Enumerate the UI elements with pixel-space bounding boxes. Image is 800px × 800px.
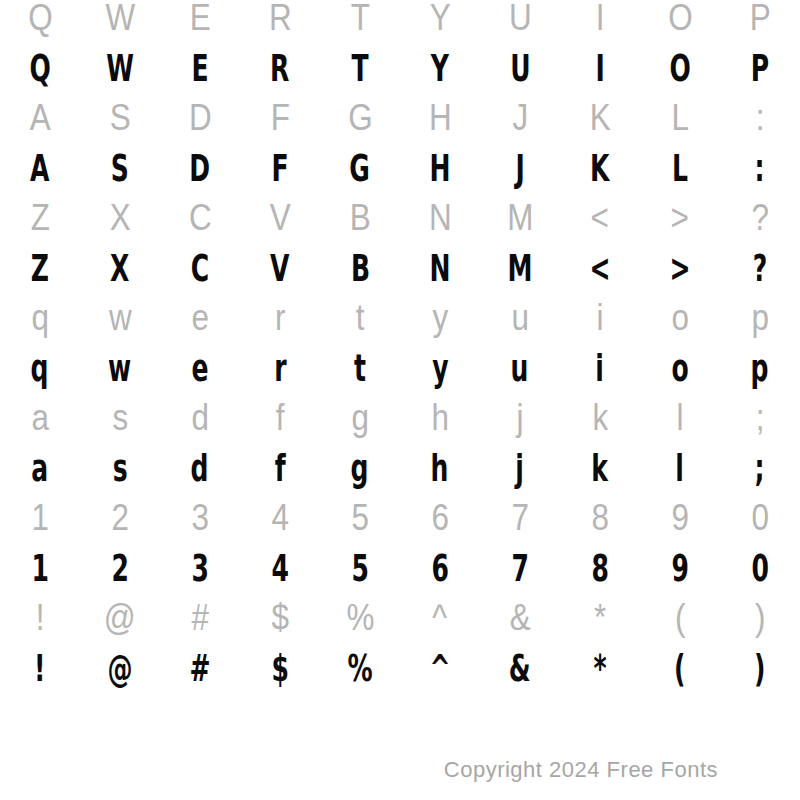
glyph: >: [669, 243, 690, 293]
glyph: O: [668, 0, 692, 43]
glyph: 5: [351, 493, 368, 543]
glyph-cell: &: [480, 593, 560, 650]
glyph: X: [110, 243, 129, 293]
glyph: k: [592, 393, 608, 443]
glyph: P: [751, 43, 769, 93]
char-row-5-light: ZXCVBNM<>?: [0, 193, 800, 243]
glyph-cell: %: [320, 643, 400, 701]
glyph: ^: [429, 643, 450, 693]
glyph: 1: [31, 493, 48, 543]
glyph: C: [191, 243, 209, 293]
glyph: *: [594, 593, 606, 643]
glyph: o: [671, 343, 688, 393]
char-row-2-bold: QWERTYUIOP: [0, 43, 800, 93]
glyph-cell: g: [320, 393, 400, 450]
glyph: @: [104, 593, 136, 643]
glyph: 2: [111, 493, 128, 543]
glyph: a: [31, 393, 48, 443]
glyph: W: [105, 0, 135, 43]
glyph: w: [108, 343, 131, 393]
glyph: #: [191, 593, 208, 643]
glyph-cell: V: [240, 193, 320, 250]
glyph-cell: H: [400, 93, 480, 150]
glyph-cell: d: [160, 393, 240, 450]
glyph: t: [354, 343, 366, 393]
glyph: T: [351, 43, 368, 93]
glyph: R: [270, 43, 289, 93]
glyph: ;: [756, 393, 765, 443]
glyph: 9: [671, 493, 688, 543]
glyph: u: [511, 343, 529, 393]
glyph-cell: (: [640, 643, 720, 701]
glyph: 9: [671, 543, 688, 593]
glyph: :: [755, 143, 765, 193]
glyph-cell: A: [0, 93, 80, 150]
glyph: #: [189, 643, 210, 693]
glyph: 8: [591, 543, 608, 593]
char-row-12-bold: 1234567890: [0, 543, 800, 593]
glyph-cell: #: [160, 643, 240, 701]
glyph-cell: $: [240, 643, 320, 701]
glyph-cell: ?: [720, 193, 800, 250]
glyph-cell: ;: [720, 393, 800, 450]
char-row-4-bold: ASDFGHJKL:: [0, 143, 800, 193]
glyph-cell: @: [80, 593, 160, 650]
glyph-cell: &: [480, 643, 560, 701]
glyph-cell: @: [80, 643, 160, 701]
glyph: ?: [751, 193, 768, 243]
glyph-cell: q: [0, 293, 80, 350]
glyph-grid: QWERTYUIOPQWERTYUIOPASDFGHJKL:ASDFGHJKL:…: [0, 0, 800, 693]
glyph: R: [269, 0, 292, 43]
glyph-cell: s: [80, 393, 160, 450]
glyph: ^: [433, 593, 448, 643]
glyph-cell: e: [160, 293, 240, 350]
glyph: 7: [511, 493, 528, 543]
glyph: >: [671, 193, 689, 243]
glyph: i: [596, 343, 605, 393]
glyph: Q: [28, 0, 52, 43]
glyph: g: [351, 443, 369, 493]
glyph: %: [346, 593, 374, 643]
glyph: Y: [431, 43, 449, 93]
glyph-cell: 9: [640, 493, 720, 550]
glyph-cell: ^: [400, 593, 480, 650]
glyph: l: [676, 443, 685, 493]
glyph-cell: 3: [160, 493, 240, 550]
glyph: @: [107, 643, 132, 693]
glyph: h: [431, 443, 449, 493]
glyph: j: [516, 443, 525, 493]
glyph: L: [672, 143, 688, 193]
char-row-13-light: !@#$%^&*(): [0, 593, 800, 643]
glyph-cell: $: [240, 593, 320, 650]
glyph: u: [511, 293, 528, 343]
glyph-cell: o: [640, 293, 720, 350]
glyph: 6: [431, 493, 448, 543]
glyph-cell: X: [80, 193, 160, 250]
glyph: q: [31, 343, 49, 393]
glyph: &: [510, 593, 531, 643]
glyph-cell: <: [560, 193, 640, 250]
glyph-cell: 5: [320, 493, 400, 550]
glyph: r: [274, 343, 286, 393]
glyph-cell: N: [400, 193, 480, 250]
glyph: y: [432, 293, 448, 343]
glyph: B: [350, 193, 371, 243]
glyph: M: [508, 243, 533, 293]
glyph: 6: [431, 543, 448, 593]
glyph: e: [191, 293, 208, 343]
char-row-3-light: ASDFGHJKL:: [0, 93, 800, 143]
glyph-cell: j: [480, 393, 560, 450]
glyph: A: [30, 143, 49, 193]
glyph: O: [669, 43, 690, 93]
glyph: S: [111, 143, 129, 193]
glyph-cell: (: [640, 593, 720, 650]
glyph: *: [593, 643, 606, 693]
glyph: L: [671, 93, 688, 143]
glyph-cell: 2: [80, 493, 160, 550]
glyph: 0: [751, 493, 768, 543]
glyph: h: [431, 393, 448, 443]
glyph: A: [30, 93, 51, 143]
glyph-cell: l: [640, 393, 720, 450]
glyph-cell: K: [560, 93, 640, 150]
glyph: Q: [29, 43, 50, 93]
glyph-cell: f: [240, 393, 320, 450]
glyph-cell: w: [80, 293, 160, 350]
glyph-cell: ): [720, 643, 800, 701]
glyph: N: [430, 243, 451, 293]
char-row-10-bold: asdfghjkl;: [0, 443, 800, 493]
glyph: Y: [430, 0, 451, 43]
glyph: V: [270, 243, 289, 293]
glyph: 2: [111, 543, 128, 593]
glyph: G: [350, 143, 371, 193]
glyph: M: [507, 193, 533, 243]
glyph: y: [432, 343, 448, 393]
glyph: %: [347, 643, 372, 693]
glyph: d: [191, 443, 209, 493]
glyph: ?: [753, 243, 768, 293]
glyph: N: [429, 193, 452, 243]
glyph-cell: C: [160, 193, 240, 250]
glyph: U: [510, 43, 530, 93]
glyph: Z: [31, 243, 49, 293]
glyph: D: [189, 93, 212, 143]
glyph: B: [350, 243, 369, 293]
glyph: J: [515, 143, 524, 193]
glyph-cell: #: [160, 593, 240, 650]
glyph-cell: y: [400, 293, 480, 350]
glyph-cell: 8: [560, 493, 640, 550]
glyph: C: [189, 193, 212, 243]
glyph: ;: [755, 443, 765, 493]
glyph: K: [590, 93, 611, 143]
glyph: 3: [191, 543, 208, 593]
glyph: p: [751, 343, 769, 393]
glyph: s: [112, 393, 128, 443]
glyph: !: [36, 593, 45, 643]
glyph-cell: :: [720, 93, 800, 150]
glyph: T: [350, 0, 369, 43]
glyph: H: [429, 93, 452, 143]
glyph: &: [509, 643, 531, 693]
glyph: <: [591, 193, 609, 243]
glyph: E: [190, 0, 211, 43]
glyph: p: [751, 293, 768, 343]
glyph: k: [592, 443, 609, 493]
glyph-cell: L: [640, 93, 720, 150]
glyph: I: [596, 0, 605, 43]
glyph: P: [750, 0, 771, 43]
glyph: j: [516, 393, 523, 443]
glyph: 0: [751, 543, 768, 593]
glyph: F: [271, 143, 288, 193]
glyph: l: [676, 393, 683, 443]
glyph: f: [275, 443, 286, 493]
glyph: d: [191, 393, 208, 443]
glyph: H: [430, 143, 451, 193]
glyph-cell: !: [0, 593, 80, 650]
glyph-cell: 1: [0, 493, 80, 550]
glyph: K: [590, 143, 609, 193]
glyph-cell: J: [480, 93, 560, 150]
glyph-cell: u: [480, 293, 560, 350]
glyph: G: [348, 93, 372, 143]
glyph-cell: k: [560, 393, 640, 450]
glyph: (: [675, 593, 685, 643]
glyph: 5: [351, 543, 368, 593]
glyph: 1: [31, 543, 48, 593]
glyph: F: [270, 93, 289, 143]
glyph-cell: 4: [240, 493, 320, 550]
glyph-cell: p: [720, 293, 800, 350]
glyph: D: [190, 143, 211, 193]
glyph: 4: [271, 543, 288, 593]
glyph: (: [674, 643, 685, 693]
glyph-cell: 7: [480, 493, 560, 550]
glyph-cell: *: [560, 643, 640, 701]
glyph: a: [32, 443, 49, 493]
glyph: 3: [191, 493, 208, 543]
glyph-cell: i: [560, 293, 640, 350]
glyph-cell: >: [640, 193, 720, 250]
glyph: <: [589, 243, 610, 293]
glyph-cell: F: [240, 93, 320, 150]
glyph: !: [34, 643, 45, 693]
glyph-cell: !: [0, 643, 80, 701]
char-row-7-light: qwertyuiop: [0, 293, 800, 343]
char-row-14-bold: !@#$%^&*(): [0, 643, 800, 693]
glyph-cell: ^: [400, 643, 480, 701]
copyright-text: Copyright 2024 Free Fonts: [444, 757, 718, 783]
glyph: Z: [30, 193, 49, 243]
char-row-11-light: 1234567890: [0, 493, 800, 543]
glyph: S: [110, 93, 131, 143]
glyph: s: [113, 443, 128, 493]
glyph: E: [191, 43, 208, 93]
glyph: q: [31, 293, 48, 343]
glyph-cell: t: [320, 293, 400, 350]
glyph: W: [106, 43, 134, 93]
glyph-cell: D: [160, 93, 240, 150]
glyph: ): [755, 593, 765, 643]
glyph: t: [356, 293, 365, 343]
char-row-8-bold: qwertyuiop: [0, 343, 800, 393]
glyph-cell: *: [560, 593, 640, 650]
glyph: U: [509, 0, 532, 43]
glyph: $: [271, 593, 288, 643]
glyph: f: [276, 393, 285, 443]
glyph: X: [110, 193, 131, 243]
glyph-cell: B: [320, 193, 400, 250]
glyph: I: [595, 43, 604, 93]
glyph-cell: a: [0, 393, 80, 450]
glyph: o: [671, 293, 688, 343]
glyph: :: [756, 93, 765, 143]
glyph: i: [596, 293, 603, 343]
char-row-9-light: asdfghjkl;: [0, 393, 800, 443]
glyph: ): [754, 643, 765, 693]
glyph-cell: Z: [0, 193, 80, 250]
glyph: V: [270, 193, 291, 243]
glyph-cell: M: [480, 193, 560, 250]
char-row-6-bold: ZXCVBNM<>?: [0, 243, 800, 293]
glyph-cell: r: [240, 293, 320, 350]
char-row-1-light: QWERTYUIOP: [0, 0, 800, 43]
glyph-cell: h: [400, 393, 480, 450]
glyph-cell: S: [80, 93, 160, 150]
glyph-cell: ): [720, 593, 800, 650]
glyph: 7: [511, 543, 528, 593]
glyph: e: [191, 343, 208, 393]
glyph-cell: G: [320, 93, 400, 150]
glyph: r: [275, 293, 285, 343]
glyph: $: [271, 643, 288, 693]
glyph: w: [109, 293, 132, 343]
glyph: g: [351, 393, 368, 443]
glyph-cell: %: [320, 593, 400, 650]
glyph: 8: [591, 493, 608, 543]
glyph: J: [512, 93, 528, 143]
glyph: 4: [271, 493, 288, 543]
glyph-cell: 6: [400, 493, 480, 550]
glyph-cell: 0: [720, 493, 800, 550]
